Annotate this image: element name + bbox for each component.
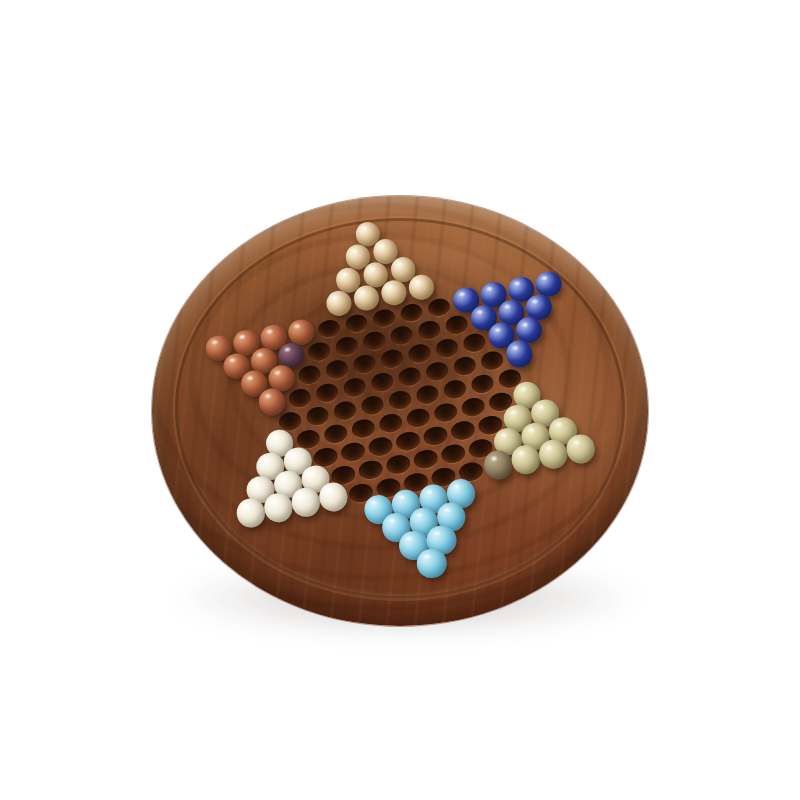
marble-highlight [571, 439, 580, 447]
marble-highlight [238, 334, 247, 341]
hole-r6c9[interactable] [444, 314, 469, 335]
hole-r5c6[interactable] [344, 312, 369, 333]
marble-highlight [369, 499, 379, 507]
hole-r10c3[interactable] [322, 423, 348, 445]
marble-highlight [489, 455, 498, 463]
hole-r7c4[interactable] [324, 359, 349, 380]
hole-r12c8[interactable] [440, 443, 466, 465]
marble-highlight [397, 494, 407, 502]
marble-highlight [422, 553, 432, 561]
star-hole-grid [0, 0, 800, 800]
marble-highlight [414, 512, 424, 520]
marble-highlight [261, 457, 270, 465]
hole-r11c4[interactable] [340, 441, 366, 463]
marble-highlight [358, 289, 366, 296]
marble-highlight [536, 403, 545, 411]
hole-r6c6[interactable] [362, 330, 387, 351]
marble-highlight [554, 421, 563, 429]
marble-highlight [517, 449, 526, 457]
marble-highlight [242, 503, 251, 511]
marble-highlight [432, 530, 442, 538]
marble-highlight [458, 291, 467, 298]
hole-r7c7[interactable] [407, 343, 432, 364]
hole-r6c8[interactable] [417, 320, 442, 341]
marble-highlight [263, 392, 272, 399]
hole-r5c7[interactable] [372, 307, 397, 328]
marble-highlight [485, 286, 494, 293]
marble-highlight [279, 474, 288, 482]
hole-r11c5[interactable] [367, 436, 393, 458]
hole-r10c8[interactable] [460, 396, 486, 418]
marble-highlight [499, 432, 508, 440]
marble-highlight [330, 294, 338, 301]
hole-r7c9[interactable] [462, 332, 487, 353]
hole-r5c9[interactable] [427, 296, 452, 317]
marble-highlight [387, 517, 397, 525]
hole-r8c4[interactable] [342, 377, 367, 399]
hole-r9c8[interactable] [470, 373, 496, 395]
marble-highlight [530, 298, 539, 305]
marble-tan-r4c1[interactable] [324, 289, 353, 318]
marble-highlight [493, 326, 502, 333]
marble-highlight [360, 225, 368, 232]
marble-highlight [544, 444, 553, 452]
hole-r7c3[interactable] [297, 364, 322, 385]
hole-r10c6[interactable] [405, 407, 431, 429]
marble-highlight [271, 433, 280, 440]
marble-highlight [283, 346, 292, 353]
hole-r9c4[interactable] [360, 394, 386, 416]
marble-highlight [252, 480, 261, 488]
marble-highlight [269, 498, 278, 506]
hole-r5c5[interactable] [317, 318, 342, 339]
hole-r8c7[interactable] [424, 361, 449, 383]
hole-r7c5[interactable] [352, 353, 377, 374]
marble-highlight [289, 451, 298, 459]
hole-r5c8[interactable] [399, 302, 424, 323]
scene [0, 0, 800, 800]
marble-highlight [511, 344, 520, 351]
marble-highlight [521, 321, 530, 328]
marble-highlight [228, 357, 237, 364]
marble-highlight [413, 278, 421, 285]
marble-highlight [519, 385, 528, 392]
marble-highlight [405, 535, 415, 543]
hole-r9c3[interactable] [332, 400, 358, 422]
hole-r6c4[interactable] [307, 341, 332, 362]
marble-highlight [246, 375, 255, 382]
marble-highlight [424, 489, 434, 497]
hole-r8c8[interactable] [452, 355, 477, 377]
hole-r10c5[interactable] [377, 412, 403, 434]
hole-r9c5[interactable] [387, 389, 413, 411]
hole-r12c7[interactable] [413, 448, 439, 470]
marble-highlight [293, 323, 302, 330]
hole-r7c8[interactable] [434, 337, 459, 358]
hole-r8c9[interactable] [479, 350, 504, 372]
hole-r6c5[interactable] [334, 336, 359, 357]
marble-highlight [340, 271, 348, 278]
marble-highlight [297, 492, 306, 500]
marble-highlight [273, 369, 282, 376]
marble-highlight [509, 408, 518, 416]
hole-r7c6[interactable] [379, 348, 404, 369]
hole-r9c6[interactable] [415, 384, 441, 406]
marble-highlight [513, 280, 522, 287]
marble-highlight [503, 303, 512, 310]
marble-highlight [324, 487, 333, 495]
marble-highlight [452, 483, 462, 491]
marble-highlight [377, 243, 385, 250]
marble-highlight [385, 284, 393, 291]
marble-highlight [476, 309, 485, 316]
hole-r10c4[interactable] [350, 418, 376, 440]
marble-highlight [526, 426, 535, 434]
hole-r10c7[interactable] [432, 402, 458, 424]
marble-highlight [395, 261, 403, 268]
marble-highlight [368, 266, 376, 273]
hole-r11c6[interactable] [395, 430, 421, 452]
hole-r8c6[interactable] [397, 366, 422, 388]
hole-r8c5[interactable] [369, 371, 394, 393]
marble-highlight [266, 328, 275, 335]
marble-highlight [307, 469, 316, 477]
hole-r9c7[interactable] [442, 378, 468, 400]
hole-r9c2[interactable] [305, 405, 331, 427]
hole-r12c6[interactable] [385, 453, 411, 475]
hole-r11c7[interactable] [422, 425, 448, 447]
hole-r8c3[interactable] [314, 382, 339, 404]
hole-r8c2[interactable] [287, 387, 312, 409]
hole-r6c7[interactable] [389, 325, 414, 346]
marble-highlight [256, 351, 265, 358]
hole-r11c8[interactable] [450, 419, 476, 441]
hole-r12c5[interactable] [358, 459, 384, 481]
marble-highlight [442, 506, 452, 514]
marble-highlight [540, 275, 549, 282]
marble-highlight [211, 339, 220, 346]
marble-highlight [350, 248, 358, 255]
